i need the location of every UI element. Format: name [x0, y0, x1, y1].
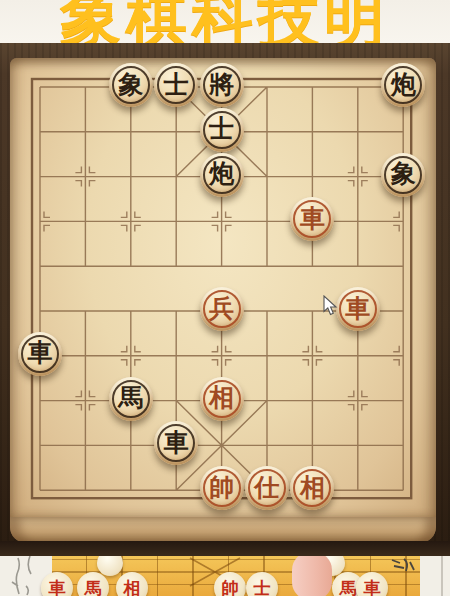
- piece-glyph: 車: [164, 430, 189, 455]
- next-video-thumbnail[interactable]: 車馬相帥士馬車: [0, 556, 450, 596]
- piece-red-pawn[interactable]: 兵: [200, 287, 244, 331]
- piece-glyph: 將: [209, 72, 234, 97]
- thumbnail-piece: 帥: [214, 572, 246, 596]
- piece-glyph: 士: [209, 116, 234, 141]
- piece-black-general[interactable]: 將: [200, 63, 244, 107]
- piece-black-advisor[interactable]: 士: [200, 108, 244, 152]
- thumbnail-piece: 車: [41, 572, 73, 596]
- piece-glyph: 車: [300, 206, 325, 231]
- screen: 象棋科技明 象士將炮士炮象車馬車車兵車相帥仕相 車馬相帥士馬車: [0, 0, 450, 596]
- piece-glyph: 炮: [209, 161, 234, 186]
- thumbnail-piece: 車: [356, 572, 388, 596]
- board-front-edge: [10, 517, 436, 543]
- video-title-bar: 象棋科技明: [0, 0, 450, 43]
- piece-black-elephant[interactable]: 象: [381, 153, 425, 197]
- piece-glyph: 炮: [391, 72, 416, 97]
- piece-black-advisor[interactable]: 士: [154, 63, 198, 107]
- piece-glyph: 象: [391, 161, 416, 186]
- piece-glyph: 士: [164, 72, 189, 97]
- video-title-text: 象棋科技明: [0, 0, 450, 43]
- piece-glyph: 車: [28, 340, 53, 365]
- piece-glyph: 馬: [118, 385, 143, 410]
- piece-black-elephant[interactable]: 象: [109, 63, 153, 107]
- table-shadow: [0, 541, 450, 556]
- piece-red-advisor[interactable]: 仕: [245, 466, 289, 510]
- thumbnail-piece: 相: [116, 572, 148, 596]
- piece-glyph: 相: [300, 475, 325, 500]
- piece-black-horse[interactable]: 馬: [109, 377, 153, 421]
- piece-red-king[interactable]: 帥: [200, 466, 244, 510]
- piece-glyph: 仕: [255, 475, 280, 500]
- piece-glyph: 車: [345, 296, 370, 321]
- piece-glyph: 帥: [209, 475, 234, 500]
- piece-red-chariot[interactable]: 車: [336, 287, 380, 331]
- arm-in-photo: [292, 556, 332, 596]
- piece-glyph: 相: [209, 385, 234, 410]
- piece-black-cannon[interactable]: 炮: [381, 63, 425, 107]
- piece-red-elephant[interactable]: 相: [200, 377, 244, 421]
- thumbnail-piece: 馬: [77, 572, 109, 596]
- piece-black-cannon[interactable]: 炮: [200, 153, 244, 197]
- piece-glyph: 象: [118, 72, 143, 97]
- thumbnail-piece: 士: [246, 572, 278, 596]
- piece-black-chariot[interactable]: 車: [18, 332, 62, 376]
- thumbnail-margin-line: [441, 556, 443, 596]
- piece-glyph: 兵: [209, 296, 234, 321]
- signature-marks: [388, 556, 418, 578]
